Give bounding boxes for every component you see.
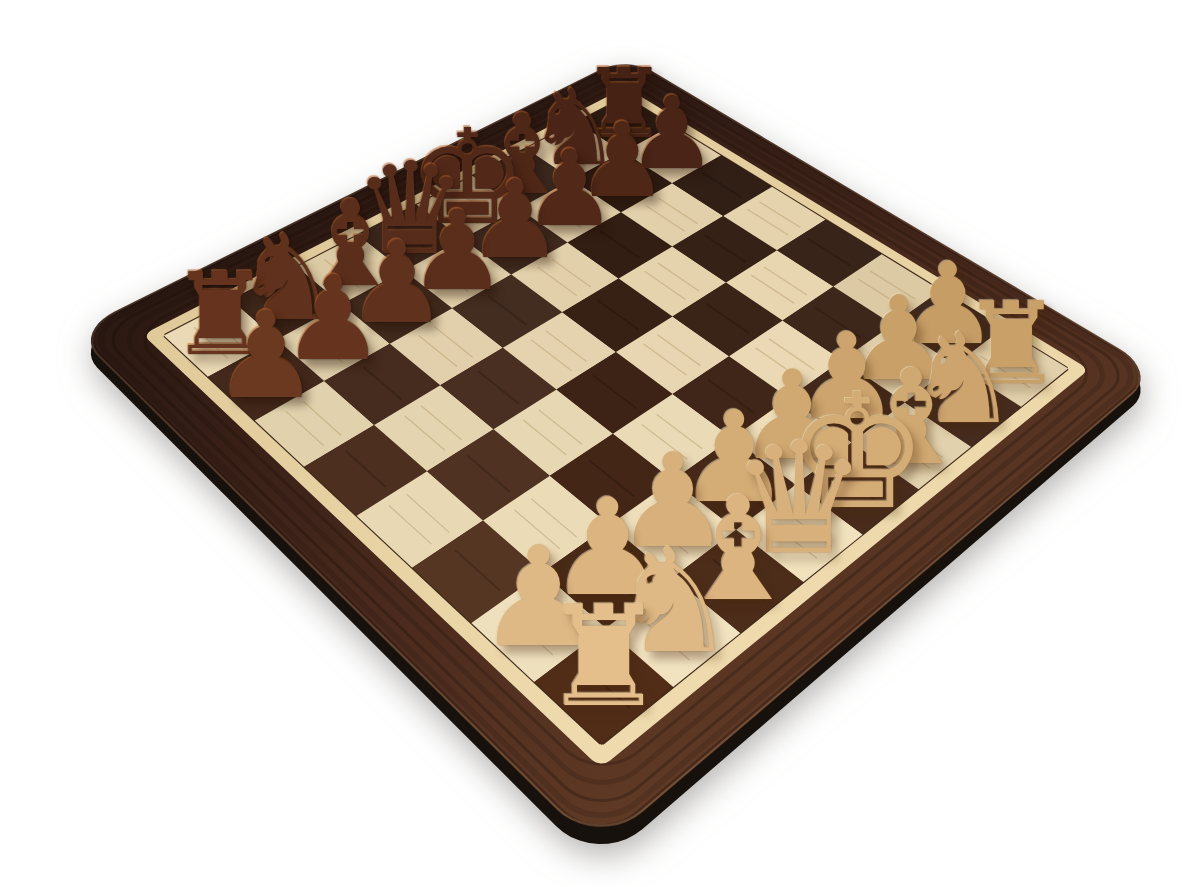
- chess-set-photo: ♜♞♝♛♚♝♞♜♟♟♟♟♟♟♟♟♟♟♟♟♟♟♟♟♜♞♝♛♚♝♞♜: [0, 0, 1200, 887]
- piece-black-pawn-a7[interactable]: ♟: [207, 296, 326, 415]
- piece-white-rook-a1[interactable]: ♜: [534, 587, 674, 727]
